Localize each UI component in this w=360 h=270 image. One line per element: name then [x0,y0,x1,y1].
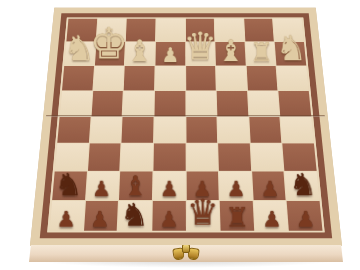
board-square [55,144,89,171]
board-square: ♞ [285,172,320,200]
board-square [250,144,283,171]
board-square: ♟ [253,201,288,231]
board-square [185,19,214,41]
board-square: ♝ [215,42,245,65]
board-square [124,66,155,90]
board-square [186,144,218,171]
chess-piece-dark-pawn: ♟ [56,209,76,231]
board-square: ♟ [84,201,119,231]
chess-piece-dark-pawn: ♟ [159,209,179,231]
board-square [186,91,217,116]
chess-piece-dark-pawn: ♟ [159,179,178,200]
chess-piece-light-pawn: ♟ [161,45,179,65]
chess-board: ♞♚♝♟♛♝♜♞♞♟♝♟♟♟♟♞♟♟♞♟♛♜♟♟ [49,19,322,231]
board-square [217,91,248,116]
board-square [283,144,317,171]
board-square [120,144,152,171]
board-square [88,144,121,171]
chess-piece-dark-pawn: ♟ [92,179,111,200]
board-square [279,91,312,116]
board-square [62,66,94,90]
board-square: ♟ [152,201,185,231]
board-square [66,19,96,41]
board-square [246,66,277,90]
board-square [156,19,185,41]
board-square [155,66,185,90]
board-square [281,117,314,143]
board-square: ♛ [186,42,216,65]
board-square: ♝ [125,42,155,65]
board-square [91,91,123,116]
board-outer-frame: ♞♚♝♟♛♝♜♞♞♟♝♟♟♟♟♞♟♟♞♟♛♜♟♟ [30,8,342,246]
chess-piece-dark-pawn: ♟ [260,179,279,200]
board-square: ♜ [220,201,254,231]
brass-clasp [172,246,200,261]
board-square: ♜ [245,42,276,65]
product-photo-scene: ♞♚♝♟♛♝♜♞♞♟♝♟♟♟♟♞♟♟♞♟♛♜♟♟ [0,0,360,270]
board-square [89,117,121,143]
chess-piece-dark-knight: ♞ [55,169,83,200]
board-square: ♞ [64,42,95,65]
board-pinstripe: ♞♚♝♟♛♝♜♞♞♟♝♟♟♟♟♞♟♟♞♟♛♜♟♟ [47,18,324,233]
clasp-pin [182,244,190,253]
board-square: ♞ [118,201,152,231]
board-square [154,117,185,143]
box-front-edge [29,245,343,262]
board-square [186,66,216,90]
board-square [277,66,309,90]
board-square [126,19,155,41]
board-square [273,19,304,41]
chess-board-box-top: ♞♚♝♟♛♝♜♞♞♟♝♟♟♟♟♞♟♟♞♟♛♜♟♟ [30,8,342,246]
board-square [218,144,251,171]
board-square: ♟ [155,42,184,65]
board-square [96,19,126,41]
chess-piece-dark-knight: ♞ [289,169,317,200]
chess-piece-dark-pawn: ♟ [296,209,316,231]
board-square: ♟ [186,172,219,200]
board-square: ♟ [86,172,120,200]
chess-piece-dark-pawn: ♟ [227,179,246,200]
board-square [122,117,154,143]
board-square: ♝ [119,172,152,200]
board-square [244,19,274,41]
board-square: ♛ [186,201,219,231]
board-square [186,117,217,143]
board-square: ♞ [275,42,306,65]
board-square [93,66,124,90]
board-square [249,117,282,143]
board-square: ♟ [219,172,252,200]
board-square: ♟ [153,172,186,200]
board-square: ♚ [95,42,125,65]
board-square [248,91,280,116]
chess-piece-light-rook: ♜ [249,39,273,65]
chess-piece-dark-pawn: ♟ [193,179,212,200]
board-square [217,117,249,143]
chess-piece-dark-queen: ♛ [187,195,219,231]
board-square [216,66,247,90]
board-square: ♟ [287,201,323,231]
chess-piece-dark-rook: ♜ [225,204,249,231]
board-square: ♞ [52,172,86,200]
board-square [57,117,90,143]
chess-piece-dark-bishop: ♝ [123,173,147,200]
board-square: ♟ [49,201,84,231]
board-square [153,144,185,171]
board-square [123,91,154,116]
chess-piece-dark-pawn: ♟ [262,209,282,231]
chess-piece-dark-pawn: ♟ [91,209,111,231]
board-square: ♟ [252,172,286,200]
chess-piece-dark-knight: ♞ [120,199,148,231]
board-border-band: ♞♚♝♟♛♝♜♞♞♟♝♟♟♟♟♞♟♟♞♟♛♜♟♟ [40,13,332,238]
board-square [215,19,245,41]
board-square [154,91,185,116]
board-square [60,91,92,116]
